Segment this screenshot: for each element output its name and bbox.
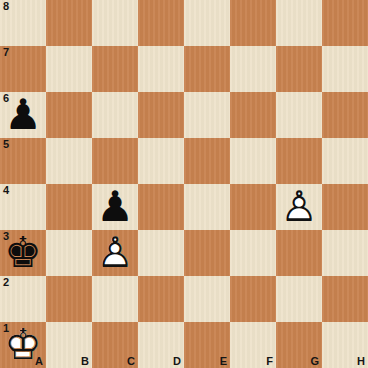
- square-b7[interactable]: [46, 46, 92, 92]
- rank-label-4: 4: [3, 184, 9, 197]
- square-d1[interactable]: D: [138, 322, 184, 368]
- square-c6[interactable]: [92, 92, 138, 138]
- black-pawn-glyph: ♟: [0, 92, 46, 138]
- white-king[interactable]: ♚♔: [0, 322, 46, 368]
- square-c7[interactable]: [92, 46, 138, 92]
- square-g4[interactable]: ♟♙: [276, 184, 322, 230]
- square-h8[interactable]: [322, 0, 368, 46]
- square-b6[interactable]: [46, 92, 92, 138]
- square-c2[interactable]: [92, 276, 138, 322]
- square-h4[interactable]: [322, 184, 368, 230]
- square-b5[interactable]: [46, 138, 92, 184]
- square-a7[interactable]: 7: [0, 46, 46, 92]
- square-f1[interactable]: F: [230, 322, 276, 368]
- square-g2[interactable]: [276, 276, 322, 322]
- square-d7[interactable]: [138, 46, 184, 92]
- square-f5[interactable]: [230, 138, 276, 184]
- square-e3[interactable]: [184, 230, 230, 276]
- square-a2[interactable]: 2: [0, 276, 46, 322]
- square-f8[interactable]: [230, 0, 276, 46]
- rank-label-8: 8: [3, 0, 9, 13]
- square-h3[interactable]: [322, 230, 368, 276]
- square-c3[interactable]: ♟♙: [92, 230, 138, 276]
- rank-label-2: 2: [3, 276, 9, 289]
- rank-label-5: 5: [3, 138, 9, 151]
- square-f4[interactable]: [230, 184, 276, 230]
- square-d4[interactable]: [138, 184, 184, 230]
- chess-board: 876♟54♟♟♙3♚♟♙21A♚♔BCDEFGH: [0, 0, 368, 368]
- square-d6[interactable]: [138, 92, 184, 138]
- square-a5[interactable]: 5: [0, 138, 46, 184]
- file-label-d: D: [173, 355, 181, 368]
- chess-board-wrap: 876♟54♟♟♙3♚♟♙21A♚♔BCDEFGH: [0, 0, 368, 368]
- square-a6[interactable]: 6♟: [0, 92, 46, 138]
- square-d3[interactable]: [138, 230, 184, 276]
- white-pawn[interactable]: ♟♙: [276, 184, 322, 230]
- square-d5[interactable]: [138, 138, 184, 184]
- square-g7[interactable]: [276, 46, 322, 92]
- square-d2[interactable]: [138, 276, 184, 322]
- file-label-f: F: [266, 355, 273, 368]
- square-a4[interactable]: 4: [0, 184, 46, 230]
- square-g1[interactable]: G: [276, 322, 322, 368]
- square-d8[interactable]: [138, 0, 184, 46]
- square-f3[interactable]: [230, 230, 276, 276]
- square-e1[interactable]: E: [184, 322, 230, 368]
- square-b2[interactable]: [46, 276, 92, 322]
- black-king-glyph: ♚: [0, 230, 46, 276]
- white-pawn-outline: ♙: [92, 230, 138, 276]
- file-label-c: C: [127, 355, 135, 368]
- square-g5[interactable]: [276, 138, 322, 184]
- file-label-b: B: [81, 355, 89, 368]
- square-h2[interactable]: [322, 276, 368, 322]
- white-king-outline: ♔: [0, 322, 46, 368]
- square-e5[interactable]: [184, 138, 230, 184]
- square-a8[interactable]: 8: [0, 0, 46, 46]
- square-h5[interactable]: [322, 138, 368, 184]
- square-b3[interactable]: [46, 230, 92, 276]
- square-g6[interactable]: [276, 92, 322, 138]
- square-f7[interactable]: [230, 46, 276, 92]
- square-a3[interactable]: 3♚: [0, 230, 46, 276]
- square-g3[interactable]: [276, 230, 322, 276]
- square-h6[interactable]: [322, 92, 368, 138]
- black-king[interactable]: ♚: [0, 230, 46, 276]
- square-b1[interactable]: B: [46, 322, 92, 368]
- file-label-g: G: [310, 355, 319, 368]
- square-b4[interactable]: [46, 184, 92, 230]
- white-pawn[interactable]: ♟♙: [92, 230, 138, 276]
- square-b8[interactable]: [46, 0, 92, 46]
- square-e7[interactable]: [184, 46, 230, 92]
- black-pawn-glyph: ♟: [92, 184, 138, 230]
- square-c8[interactable]: [92, 0, 138, 46]
- square-h1[interactable]: H: [322, 322, 368, 368]
- square-g8[interactable]: [276, 0, 322, 46]
- square-c1[interactable]: C: [92, 322, 138, 368]
- square-c4[interactable]: ♟: [92, 184, 138, 230]
- square-e8[interactable]: [184, 0, 230, 46]
- white-pawn-outline: ♙: [276, 184, 322, 230]
- square-a1[interactable]: 1A♚♔: [0, 322, 46, 368]
- file-label-h: H: [357, 355, 365, 368]
- square-e4[interactable]: [184, 184, 230, 230]
- square-f6[interactable]: [230, 92, 276, 138]
- rank-label-7: 7: [3, 46, 9, 59]
- square-c5[interactable]: [92, 138, 138, 184]
- square-e2[interactable]: [184, 276, 230, 322]
- black-pawn[interactable]: ♟: [92, 184, 138, 230]
- square-f2[interactable]: [230, 276, 276, 322]
- square-e6[interactable]: [184, 92, 230, 138]
- file-label-e: E: [220, 355, 227, 368]
- square-h7[interactable]: [322, 46, 368, 92]
- black-pawn[interactable]: ♟: [0, 92, 46, 138]
